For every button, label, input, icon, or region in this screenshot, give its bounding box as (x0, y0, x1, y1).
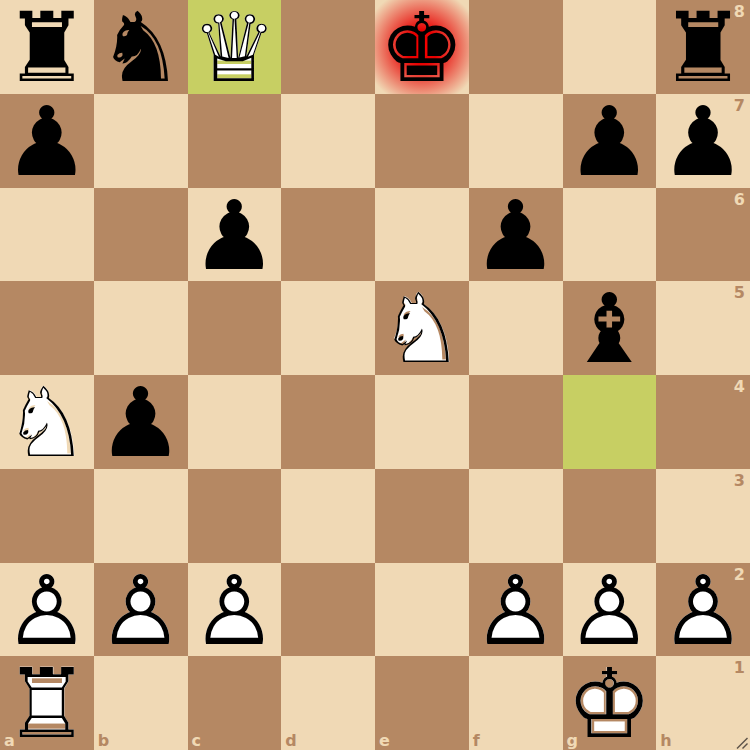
square-e5[interactable]: ♞♘ (375, 281, 469, 375)
square-c1[interactable]: c (188, 656, 282, 750)
piece-black-pawn[interactable]: ♟ (656, 94, 750, 188)
pawn-glyph-outline: ♙ (660, 563, 746, 659)
piece-black-pawn[interactable]: ♟ (0, 94, 94, 188)
chess-board: ♜♞♛♕♚♜8♟♟♟7♟♟6♞♘♝5♞♘♟43♟♙♟♙♟♙♟♙♟♙♟♙2♜♖ab… (0, 0, 750, 750)
square-a8[interactable]: ♜ (0, 0, 94, 94)
square-c6[interactable]: ♟ (188, 188, 282, 282)
pawn-glyph: ♟ (473, 188, 559, 284)
square-f4[interactable] (469, 375, 563, 469)
piece-black-rook[interactable]: ♜ (0, 0, 94, 94)
file-label-d: d (285, 731, 296, 750)
piece-black-pawn[interactable]: ♟ (563, 94, 657, 188)
square-e1[interactable]: e (375, 656, 469, 750)
square-c5[interactable] (188, 281, 282, 375)
square-a7[interactable]: ♟ (0, 94, 94, 188)
piece-white-pawn[interactable]: ♟♙ (188, 563, 282, 657)
square-g8[interactable] (563, 0, 657, 94)
square-e8[interactable]: ♚ (375, 0, 469, 94)
pawn-glyph-outline: ♙ (4, 563, 90, 659)
piece-black-rook[interactable]: ♜ (656, 0, 750, 94)
knight-glyph-outline: ♘ (4, 375, 90, 471)
square-g6[interactable] (563, 188, 657, 282)
piece-black-pawn[interactable]: ♟ (469, 188, 563, 282)
piece-black-pawn[interactable]: ♟ (94, 375, 188, 469)
square-g3[interactable] (563, 469, 657, 563)
file-label-f: f (473, 731, 480, 750)
square-a2[interactable]: ♟♙ (0, 563, 94, 657)
square-h4[interactable]: 4 (656, 375, 750, 469)
piece-black-bishop[interactable]: ♝ (563, 281, 657, 375)
square-e7[interactable] (375, 94, 469, 188)
square-e6[interactable] (375, 188, 469, 282)
pawn-glyph-outline: ♙ (473, 563, 559, 659)
square-h8[interactable]: ♜8 (656, 0, 750, 94)
pawn-glyph: ♟ (98, 375, 184, 471)
square-h2[interactable]: ♟♙2 (656, 563, 750, 657)
pawn-glyph-outline: ♙ (98, 563, 184, 659)
pawn-glyph: ♟ (660, 94, 746, 190)
square-f5[interactable] (469, 281, 563, 375)
square-a3[interactable] (0, 469, 94, 563)
square-f7[interactable] (469, 94, 563, 188)
rank-label-4: 4 (734, 377, 745, 396)
square-f8[interactable] (469, 0, 563, 94)
piece-white-queen[interactable]: ♛♕ (188, 0, 282, 94)
pawn-glyph-outline: ♙ (566, 563, 652, 659)
square-c7[interactable] (188, 94, 282, 188)
pawn-glyph: ♟ (191, 188, 277, 284)
square-d1[interactable]: d (281, 656, 375, 750)
square-a4[interactable]: ♞♘ (0, 375, 94, 469)
square-h3[interactable]: 3 (656, 469, 750, 563)
piece-black-pawn[interactable]: ♟ (188, 188, 282, 282)
square-d3[interactable] (281, 469, 375, 563)
piece-white-pawn[interactable]: ♟♙ (0, 563, 94, 657)
pawn-glyph: ♟ (4, 94, 90, 190)
square-g2[interactable]: ♟♙ (563, 563, 657, 657)
piece-white-pawn[interactable]: ♟♙ (656, 563, 750, 657)
king-glyph-outline: ♔ (566, 656, 652, 750)
square-d4[interactable] (281, 375, 375, 469)
piece-white-knight[interactable]: ♞♘ (0, 375, 94, 469)
piece-white-king[interactable]: ♚♔ (563, 656, 657, 750)
pawn-glyph-outline: ♙ (191, 563, 277, 659)
square-d6[interactable] (281, 188, 375, 282)
square-h7[interactable]: ♟7 (656, 94, 750, 188)
bishop-glyph: ♝ (566, 281, 652, 377)
square-d2[interactable] (281, 563, 375, 657)
square-c8[interactable]: ♛♕ (188, 0, 282, 94)
file-label-e: e (379, 731, 390, 750)
square-g7[interactable]: ♟ (563, 94, 657, 188)
rook-glyph: ♜ (4, 0, 90, 96)
square-a1[interactable]: ♜♖a (0, 656, 94, 750)
square-f3[interactable] (469, 469, 563, 563)
piece-white-pawn[interactable]: ♟♙ (563, 563, 657, 657)
square-b3[interactable] (94, 469, 188, 563)
square-d5[interactable] (281, 281, 375, 375)
square-c2[interactable]: ♟♙ (188, 563, 282, 657)
piece-white-rook[interactable]: ♜♖ (0, 656, 94, 750)
square-e4[interactable] (375, 375, 469, 469)
square-c3[interactable] (188, 469, 282, 563)
knight-glyph-outline: ♘ (379, 281, 465, 377)
queen-glyph-outline: ♕ (191, 0, 277, 96)
file-label-c: c (192, 731, 201, 750)
square-b6[interactable] (94, 188, 188, 282)
square-b5[interactable] (94, 281, 188, 375)
square-d8[interactable] (281, 0, 375, 94)
piece-white-knight[interactable]: ♞♘ (375, 281, 469, 375)
square-d7[interactable] (281, 94, 375, 188)
square-b1[interactable]: b (94, 656, 188, 750)
square-g1[interactable]: ♚♔g (563, 656, 657, 750)
rank-label-5: 5 (734, 283, 745, 302)
square-h6[interactable]: 6 (656, 188, 750, 282)
square-h5[interactable]: 5 (656, 281, 750, 375)
square-e3[interactable] (375, 469, 469, 563)
file-label-h: h (660, 731, 671, 750)
square-g4[interactable] (563, 375, 657, 469)
piece-black-king[interactable]: ♚ (375, 0, 469, 94)
square-h1[interactable]: h1 (656, 656, 750, 750)
piece-black-knight[interactable]: ♞ (94, 0, 188, 94)
square-a6[interactable] (0, 188, 94, 282)
file-label-b: b (98, 731, 109, 750)
pawn-glyph: ♟ (566, 94, 652, 190)
square-b7[interactable] (94, 94, 188, 188)
square-a5[interactable] (0, 281, 94, 375)
square-e2[interactable] (375, 563, 469, 657)
square-b4[interactable]: ♟ (94, 375, 188, 469)
rook-glyph-outline: ♖ (4, 656, 90, 750)
square-b8[interactable]: ♞ (94, 0, 188, 94)
board-resize-handle-icon[interactable] (735, 735, 749, 749)
piece-white-pawn[interactable]: ♟♙ (94, 563, 188, 657)
square-f6[interactable]: ♟ (469, 188, 563, 282)
square-c4[interactable] (188, 375, 282, 469)
rank-label-3: 3 (734, 471, 745, 490)
square-f1[interactable]: f (469, 656, 563, 750)
square-b2[interactable]: ♟♙ (94, 563, 188, 657)
square-g5[interactable]: ♝ (563, 281, 657, 375)
piece-white-pawn[interactable]: ♟♙ (469, 563, 563, 657)
rook-glyph: ♜ (660, 0, 746, 96)
knight-glyph: ♞ (98, 0, 184, 96)
square-f2[interactable]: ♟♙ (469, 563, 563, 657)
king-glyph: ♚ (379, 0, 465, 96)
